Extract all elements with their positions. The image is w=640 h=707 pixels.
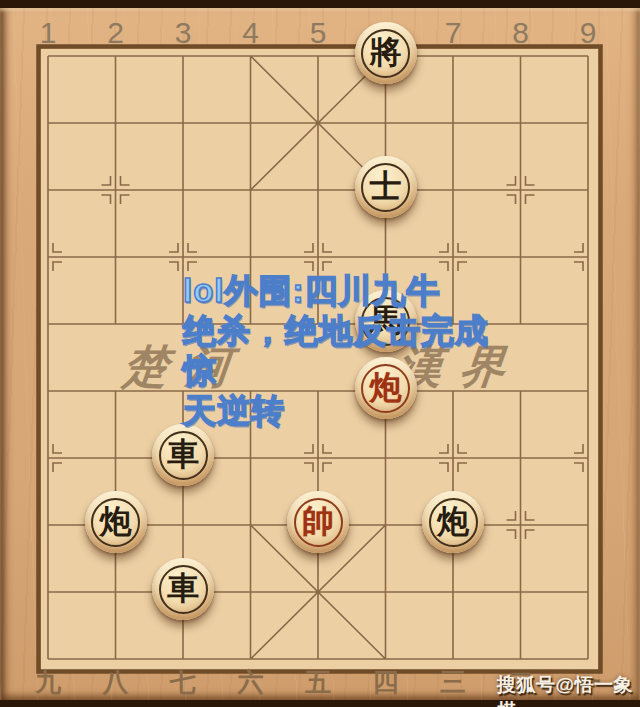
piece-ring: 車 [159,431,208,480]
piece-character: 車 [167,438,199,470]
piece-black-cannon[interactable]: 炮 [85,491,147,553]
piece-character: 炮 [100,505,132,537]
piece-character: 車 [167,572,199,604]
piece-black-chariot[interactable]: 車 [152,558,214,620]
piece-character: 將 [370,36,402,68]
watermark-line-2: 绝杀，绝地反击完成惊 [183,311,513,391]
piece-black-general[interactable]: 將 [355,22,417,84]
piece-ring: 車 [159,565,208,614]
piece-red-general[interactable]: 帥 [287,491,349,553]
sohu-credit: 搜狐号@悟一象棋 [497,672,640,707]
piece-ring: 帥 [294,498,343,547]
watermark-line-3: 天逆转 [183,391,513,431]
watermark-line-1: lol外围:四川九牛 [183,271,513,311]
piece-ring: 將 [361,29,410,78]
piece-ring: 士 [361,163,410,212]
piece-black-chariot[interactable]: 車 [152,424,214,486]
piece-ring: 炮 [91,498,140,547]
piece-ring: 炮 [429,498,478,547]
piece-character: 炮 [437,505,469,537]
piece-character: 士 [370,170,402,202]
piece-black-cannon[interactable]: 炮 [422,491,484,553]
piece-black-advisor[interactable]: 士 [355,156,417,218]
piece-character: 帥 [302,505,334,537]
watermark-text: lol外围:四川九牛 绝杀，绝地反击完成惊 天逆转 [183,271,513,431]
